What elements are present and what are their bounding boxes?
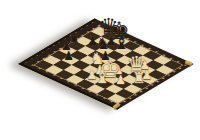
piece-white-pawn: ♟ [115, 73, 126, 85]
piece-black-bishop: ♝ [113, 34, 129, 52]
piece-white-bishop: ♝ [94, 67, 110, 85]
chess-board: ♛♚♟♝♟♞♟♜♟♛♟♟♞♟♜♟♟♚♟♟♝ [36, 32, 176, 96]
board-frame: ♛♚♟♝♟♞♟♜♟♛♟♟♞♟♜♟♟♚♟♟♝ [18, 18, 193, 109]
piece-white-rook: ♜ [132, 70, 145, 85]
board-border-studs: ♛♚♟♝♟♞♟♜♟♛♟♟♞♟♜♟♟♚♟♟♝ [23, 20, 194, 109]
board-grid: ♛♚♟♝♟♞♟♜♟♛♟♟♞♟♜♟♟♚♟♟♝ [35, 27, 182, 103]
piece-black-pawn: ♟ [63, 50, 74, 62]
